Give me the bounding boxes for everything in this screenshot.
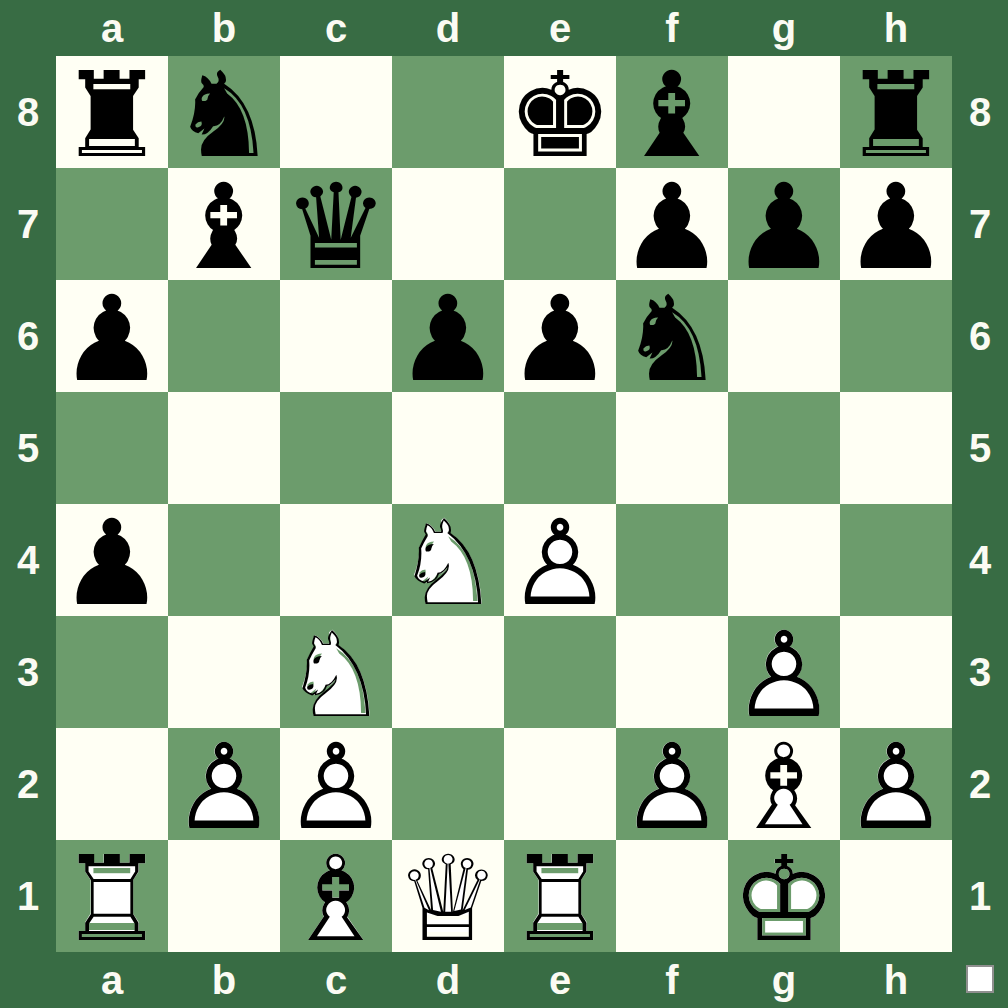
piece-white-queen[interactable]: ♛♕ [392, 840, 504, 952]
piece-glyph-outline: ♘ [280, 616, 392, 728]
piece-glyph-outline: ♙ [840, 728, 952, 840]
square-h2[interactable]: ♟♙ [840, 728, 952, 840]
square-c1[interactable]: ♝♗ [280, 840, 392, 952]
square-f5[interactable] [616, 392, 728, 504]
square-e4[interactable]: ♟♙ [504, 504, 616, 616]
square-b2[interactable]: ♟♙ [168, 728, 280, 840]
piece-glyph: ♟ [56, 504, 168, 616]
piece-glyph: ♚ [504, 56, 616, 168]
square-a6[interactable]: ♟ [56, 280, 168, 392]
piece-black-rook[interactable]: ♜ [56, 56, 168, 168]
square-d6[interactable]: ♟ [392, 280, 504, 392]
square-c6[interactable] [280, 280, 392, 392]
piece-white-pawn[interactable]: ♟♙ [280, 728, 392, 840]
square-b6[interactable] [168, 280, 280, 392]
piece-black-pawn[interactable]: ♟ [616, 168, 728, 280]
coordinate-label-5: 5 [0, 392, 56, 504]
piece-glyph: ♝ [168, 168, 280, 280]
square-f2[interactable]: ♟♙ [616, 728, 728, 840]
piece-glyph: ♟ [56, 280, 168, 392]
piece-glyph-outline: ♙ [728, 616, 840, 728]
piece-glyph-outline: ♔ [728, 840, 840, 952]
square-c3[interactable]: ♞♘ [280, 616, 392, 728]
square-b3[interactable] [168, 616, 280, 728]
coordinate-label-3: 3 [952, 616, 1008, 728]
piece-glyph: ♜ [840, 56, 952, 168]
square-f6[interactable]: ♞ [616, 280, 728, 392]
square-h7[interactable]: ♟ [840, 168, 952, 280]
square-d2[interactable] [392, 728, 504, 840]
piece-glyph-outline: ♕ [392, 840, 504, 952]
white-to-move-indicator [966, 965, 994, 993]
piece-white-rook[interactable]: ♜♖ [56, 840, 168, 952]
square-g6[interactable] [728, 280, 840, 392]
coordinate-label-7: 7 [952, 168, 1008, 280]
piece-black-knight[interactable]: ♞ [168, 56, 280, 168]
piece-glyph-outline: ♙ [616, 728, 728, 840]
square-b5[interactable] [168, 392, 280, 504]
square-g4[interactable] [728, 504, 840, 616]
square-h8[interactable]: ♜ [840, 56, 952, 168]
coordinate-label-c: c [280, 0, 392, 56]
piece-glyph: ♟ [392, 280, 504, 392]
square-b4[interactable] [168, 504, 280, 616]
square-f8[interactable]: ♝ [616, 56, 728, 168]
piece-glyph: ♞ [168, 56, 280, 168]
piece-glyph: ♜ [56, 56, 168, 168]
piece-black-pawn[interactable]: ♟ [392, 280, 504, 392]
coordinate-label-g: g [728, 0, 840, 56]
chess-board: ♜♞♚♝♜♝♛♟♟♟♟♟♟♞♟♞♘♟♙♞♘♟♙♟♙♟♙♟♙♝♗♟♙♜♖♝♗♛♕♜… [56, 56, 952, 952]
coordinate-label-5: 5 [952, 392, 1008, 504]
square-g2[interactable]: ♝♗ [728, 728, 840, 840]
square-e2[interactable] [504, 728, 616, 840]
square-h1[interactable] [840, 840, 952, 952]
piece-black-pawn[interactable]: ♟ [728, 168, 840, 280]
square-b1[interactable] [168, 840, 280, 952]
rank-labels-right: 87654321 [952, 56, 1008, 952]
coordinate-label-2: 2 [0, 728, 56, 840]
piece-white-bishop[interactable]: ♝♗ [728, 728, 840, 840]
square-a5[interactable] [56, 392, 168, 504]
square-f7[interactable]: ♟ [616, 168, 728, 280]
coordinate-label-4: 4 [952, 504, 1008, 616]
square-c8[interactable] [280, 56, 392, 168]
piece-glyph: ♟ [504, 280, 616, 392]
square-a8[interactable]: ♜ [56, 56, 168, 168]
coordinate-label-6: 6 [952, 280, 1008, 392]
piece-glyph: ♟ [728, 168, 840, 280]
piece-black-bishop[interactable]: ♝ [168, 168, 280, 280]
piece-black-pawn[interactable]: ♟ [56, 280, 168, 392]
chess-board-frame: abcdefgh abcdefgh 87654321 87654321 ♜♞♚♝… [0, 0, 1008, 1008]
square-d5[interactable] [392, 392, 504, 504]
square-h6[interactable] [840, 280, 952, 392]
square-a4[interactable]: ♟ [56, 504, 168, 616]
piece-white-pawn[interactable]: ♟♙ [168, 728, 280, 840]
coordinate-label-1: 1 [0, 840, 56, 952]
square-d8[interactable] [392, 56, 504, 168]
square-e7[interactable] [504, 168, 616, 280]
square-b7[interactable]: ♝ [168, 168, 280, 280]
rank-labels-left: 87654321 [0, 56, 56, 952]
square-e8[interactable]: ♚ [504, 56, 616, 168]
square-a3[interactable] [56, 616, 168, 728]
square-g5[interactable] [728, 392, 840, 504]
piece-white-pawn[interactable]: ♟♙ [504, 504, 616, 616]
piece-glyph: ♟ [616, 168, 728, 280]
square-a2[interactable] [56, 728, 168, 840]
piece-glyph-outline: ♙ [168, 728, 280, 840]
piece-glyph: ♟ [840, 168, 952, 280]
square-c5[interactable] [280, 392, 392, 504]
square-e5[interactable] [504, 392, 616, 504]
square-c7[interactable]: ♛ [280, 168, 392, 280]
coordinate-label-4: 4 [0, 504, 56, 616]
square-f3[interactable] [616, 616, 728, 728]
piece-glyph-outline: ♙ [504, 504, 616, 616]
square-c2[interactable]: ♟♙ [280, 728, 392, 840]
coordinate-label-6: 6 [0, 280, 56, 392]
square-d1[interactable]: ♛♕ [392, 840, 504, 952]
piece-white-knight[interactable]: ♞♘ [280, 616, 392, 728]
piece-black-king[interactable]: ♚ [504, 56, 616, 168]
piece-white-king[interactable]: ♚♔ [728, 840, 840, 952]
coordinate-label-8: 8 [0, 56, 56, 168]
piece-glyph: ♝ [616, 56, 728, 168]
square-g7[interactable]: ♟ [728, 168, 840, 280]
piece-glyph-outline: ♙ [280, 728, 392, 840]
piece-white-pawn[interactable]: ♟♙ [728, 616, 840, 728]
coordinate-label-b: b [168, 952, 280, 1008]
piece-black-queen[interactable]: ♛ [280, 168, 392, 280]
piece-glyph: ♞ [616, 280, 728, 392]
square-e1[interactable]: ♜♖ [504, 840, 616, 952]
square-b8[interactable]: ♞ [168, 56, 280, 168]
square-h3[interactable] [840, 616, 952, 728]
piece-black-pawn[interactable]: ♟ [840, 168, 952, 280]
coordinate-label-1: 1 [952, 840, 1008, 952]
square-c4[interactable] [280, 504, 392, 616]
square-f1[interactable] [616, 840, 728, 952]
piece-glyph-outline: ♖ [56, 840, 168, 952]
square-g3[interactable]: ♟♙ [728, 616, 840, 728]
piece-white-pawn[interactable]: ♟♙ [616, 728, 728, 840]
piece-black-knight[interactable]: ♞ [616, 280, 728, 392]
piece-white-rook[interactable]: ♜♖ [504, 840, 616, 952]
square-f4[interactable] [616, 504, 728, 616]
piece-white-bishop[interactable]: ♝♗ [280, 840, 392, 952]
square-h5[interactable] [840, 392, 952, 504]
piece-glyph: ♛ [280, 168, 392, 280]
piece-glyph-outline: ♖ [504, 840, 616, 952]
square-a1[interactable]: ♜♖ [56, 840, 168, 952]
piece-glyph-outline: ♗ [728, 728, 840, 840]
piece-black-rook[interactable]: ♜ [840, 56, 952, 168]
square-d4[interactable]: ♞♘ [392, 504, 504, 616]
coordinate-label-h: h [840, 952, 952, 1008]
coordinate-label-8: 8 [952, 56, 1008, 168]
coordinate-label-7: 7 [0, 168, 56, 280]
coordinate-label-2: 2 [952, 728, 1008, 840]
piece-black-pawn[interactable]: ♟ [504, 280, 616, 392]
square-d7[interactable] [392, 168, 504, 280]
piece-glyph-outline: ♘ [392, 504, 504, 616]
square-a7[interactable] [56, 168, 168, 280]
piece-white-pawn[interactable]: ♟♙ [840, 728, 952, 840]
square-h4[interactable] [840, 504, 952, 616]
coordinate-label-d: d [392, 0, 504, 56]
coordinate-label-3: 3 [0, 616, 56, 728]
square-e3[interactable] [504, 616, 616, 728]
square-e6[interactable]: ♟ [504, 280, 616, 392]
piece-glyph-outline: ♗ [280, 840, 392, 952]
square-g8[interactable] [728, 56, 840, 168]
piece-black-bishop[interactable]: ♝ [616, 56, 728, 168]
square-d3[interactable] [392, 616, 504, 728]
square-g1[interactable]: ♚♔ [728, 840, 840, 952]
piece-white-knight[interactable]: ♞♘ [392, 504, 504, 616]
coordinate-label-f: f [616, 952, 728, 1008]
piece-black-pawn[interactable]: ♟ [56, 504, 168, 616]
